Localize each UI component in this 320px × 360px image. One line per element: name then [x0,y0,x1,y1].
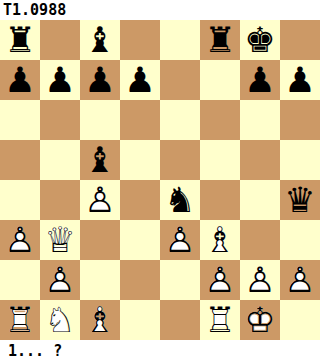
white-pawn[interactable]: ♟♙ [0,220,40,260]
black-king[interactable]: ♚ [240,20,280,60]
black-pawn[interactable]: ♟ [40,60,80,100]
square-a8[interactable]: ♜ [0,20,40,60]
square-h2[interactable]: ♟♙ [280,260,320,300]
black-queen[interactable]: ♛ [280,180,320,220]
black-bishop[interactable]: ♝ [80,140,120,180]
square-d5[interactable] [120,140,160,180]
square-h3[interactable] [280,220,320,260]
square-f5[interactable] [200,140,240,180]
square-h5[interactable] [280,140,320,180]
chess-board: ♜♝♜♚♟♟♟♟♟♟♝♟♙♞♛♟♙♛♕♟♙♝♗♟♙♟♙♟♙♟♙♜♖♞♘♝♗♜♖♚… [0,20,320,340]
square-g4[interactable] [240,180,280,220]
white-pawn[interactable]: ♟♙ [200,260,240,300]
square-a1[interactable]: ♜♖ [0,300,40,340]
square-a5[interactable] [0,140,40,180]
black-pawn[interactable]: ♟ [80,60,120,100]
puzzle-id-label: T1.0988 [0,0,320,20]
square-d2[interactable] [120,260,160,300]
white-rook-outline: ♖ [0,300,40,340]
square-a6[interactable] [0,100,40,140]
white-pawn-outline: ♙ [40,260,80,300]
black-pawn[interactable]: ♟ [280,60,320,100]
square-h1[interactable] [280,300,320,340]
square-c3[interactable] [80,220,120,260]
square-d3[interactable] [120,220,160,260]
white-pawn-outline: ♙ [240,260,280,300]
square-f1[interactable]: ♜♖ [200,300,240,340]
square-e4[interactable]: ♞ [160,180,200,220]
square-g2[interactable]: ♟♙ [240,260,280,300]
square-c7[interactable]: ♟ [80,60,120,100]
square-b3[interactable]: ♛♕ [40,220,80,260]
white-pawn-outline: ♙ [0,220,40,260]
square-f6[interactable] [200,100,240,140]
square-c2[interactable] [80,260,120,300]
square-a7[interactable]: ♟ [0,60,40,100]
square-a4[interactable] [0,180,40,220]
white-pawn[interactable]: ♟♙ [240,260,280,300]
square-d4[interactable] [120,180,160,220]
square-g7[interactable]: ♟ [240,60,280,100]
black-pawn[interactable]: ♟ [240,60,280,100]
square-b1[interactable]: ♞♘ [40,300,80,340]
square-e2[interactable] [160,260,200,300]
black-pawn[interactable]: ♟ [120,60,160,100]
white-rook-outline: ♖ [200,300,240,340]
square-f2[interactable]: ♟♙ [200,260,240,300]
square-d6[interactable] [120,100,160,140]
square-f7[interactable] [200,60,240,100]
square-a3[interactable]: ♟♙ [0,220,40,260]
white-pawn-outline: ♙ [200,260,240,300]
black-pawn[interactable]: ♟ [0,60,40,100]
white-pawn-outline: ♙ [280,260,320,300]
square-h4[interactable]: ♛ [280,180,320,220]
move-prompt-label: 1... ? [0,340,320,360]
white-pawn-outline: ♙ [160,220,200,260]
chess-tactics-window: T1.0988 ♜♝♜♚♟♟♟♟♟♟♝♟♙♞♛♟♙♛♕♟♙♝♗♟♙♟♙♟♙♟♙♜… [0,0,320,360]
square-b7[interactable]: ♟ [40,60,80,100]
black-rook[interactable]: ♜ [200,20,240,60]
square-e8[interactable] [160,20,200,60]
square-g3[interactable] [240,220,280,260]
white-knight-outline: ♘ [40,300,80,340]
square-e3[interactable]: ♟♙ [160,220,200,260]
white-queen-outline: ♕ [40,220,80,260]
white-pawn[interactable]: ♟♙ [160,220,200,260]
white-pawn-outline: ♙ [80,180,120,220]
white-pawn[interactable]: ♟♙ [80,180,120,220]
white-king[interactable]: ♚♔ [240,300,280,340]
square-e5[interactable] [160,140,200,180]
square-b2[interactable]: ♟♙ [40,260,80,300]
white-rook[interactable]: ♜♖ [200,300,240,340]
white-bishop[interactable]: ♝♗ [80,300,120,340]
square-g8[interactable]: ♚ [240,20,280,60]
square-g6[interactable] [240,100,280,140]
square-e7[interactable] [160,60,200,100]
square-b5[interactable] [40,140,80,180]
square-e6[interactable] [160,100,200,140]
white-rook[interactable]: ♜♖ [0,300,40,340]
square-c6[interactable] [80,100,120,140]
square-f8[interactable]: ♜ [200,20,240,60]
square-c8[interactable]: ♝ [80,20,120,60]
black-knight[interactable]: ♞ [160,180,200,220]
square-g1[interactable]: ♚♔ [240,300,280,340]
white-king-outline: ♔ [240,300,280,340]
white-bishop-outline: ♗ [80,300,120,340]
square-d7[interactable]: ♟ [120,60,160,100]
white-bishop-outline: ♗ [200,220,240,260]
square-h8[interactable] [280,20,320,60]
white-bishop[interactable]: ♝♗ [200,220,240,260]
white-queen[interactable]: ♛♕ [40,220,80,260]
square-h7[interactable]: ♟ [280,60,320,100]
square-b4[interactable] [40,180,80,220]
square-c1[interactable]: ♝♗ [80,300,120,340]
square-f3[interactable]: ♝♗ [200,220,240,260]
square-c4[interactable]: ♟♙ [80,180,120,220]
square-g5[interactable] [240,140,280,180]
black-rook[interactable]: ♜ [0,20,40,60]
square-d1[interactable] [120,300,160,340]
square-h6[interactable] [280,100,320,140]
square-b6[interactable] [40,100,80,140]
square-f4[interactable] [200,180,240,220]
white-knight[interactable]: ♞♘ [40,300,80,340]
white-pawn[interactable]: ♟♙ [40,260,80,300]
square-b8[interactable] [40,20,80,60]
square-d8[interactable] [120,20,160,60]
square-e1[interactable] [160,300,200,340]
square-a2[interactable] [0,260,40,300]
square-c5[interactable]: ♝ [80,140,120,180]
black-bishop[interactable]: ♝ [80,20,120,60]
white-pawn[interactable]: ♟♙ [280,260,320,300]
